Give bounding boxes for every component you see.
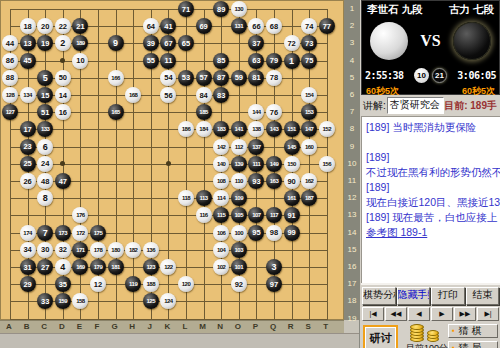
row-label: 19 (344, 314, 360, 323)
nav-back-button[interactable]: ◀ (408, 307, 430, 321)
go-stone-white: 184 (196, 121, 212, 137)
orange-square-icon: ▪ (452, 325, 455, 337)
go-stone-white: 152 (319, 121, 335, 137)
col-label: L (179, 322, 191, 331)
go-stone-black: 71 (178, 1, 194, 17)
black-clock: 3:06:05 (457, 70, 496, 81)
go-stone-black: 17 (20, 121, 36, 137)
controls-area: 棋势分析隐藏手数打印结束 |◀◀◀◀▶▶▶▶| 研讨 目前100分 ▪猜 棋 ▪… (361, 283, 500, 348)
go-stone-white: 72 (284, 35, 300, 51)
reference-diagram-link[interactable]: 参考图 189-1 (366, 225, 496, 240)
toolbar-button[interactable]: 隐藏手数 (397, 287, 431, 305)
go-stone-black: 63 (248, 53, 264, 69)
go-stone-black: 11 (160, 53, 176, 69)
go-stone-white: 136 (143, 242, 159, 258)
go-stone-white: 110 (231, 173, 247, 189)
go-stone-white: 18 (20, 18, 36, 34)
go-stone-black: 45 (20, 53, 36, 69)
guess-move-button[interactable]: ▪猜 棋 (448, 324, 498, 338)
go-stone-black: 5 (37, 70, 53, 86)
go-stone-black: 131 (231, 18, 247, 34)
row-label: 17 (344, 279, 360, 288)
row-label: 9 (344, 142, 360, 151)
go-stone-white: 112 (231, 139, 247, 155)
col-label: M (197, 322, 209, 331)
go-stone-black: 103 (231, 242, 247, 258)
commentary-line: [189] 现在最苦，白也应接上 (366, 210, 496, 225)
go-stone-white: 4 (55, 259, 71, 275)
go-stone-black: 87 (213, 70, 229, 86)
col-label: J (144, 322, 156, 331)
go-stone-black: 23 (20, 139, 36, 155)
row-label: 1 (344, 4, 360, 13)
nav-last-button[interactable]: ▶| (477, 307, 499, 321)
col-label: E (73, 322, 85, 331)
go-stone-black: 163 (266, 173, 282, 189)
col-label: T (320, 322, 332, 331)
white-capture-counter: 10 (414, 68, 429, 83)
col-label: C (38, 322, 50, 331)
go-stone-white: 26 (20, 173, 36, 189)
go-stone-white: 156 (319, 156, 335, 172)
go-stone-black: 53 (178, 70, 194, 86)
row-label: 12 (344, 193, 360, 202)
button-row: 棋势分析隐藏手数打印结束 (361, 285, 500, 306)
go-stone-black: 179 (90, 259, 106, 275)
row-label: 8 (344, 124, 360, 133)
go-stone-white: 142 (213, 139, 229, 155)
nav-button-row: |◀◀◀◀▶▶▶▶| (361, 306, 500, 322)
col-label: R (285, 322, 297, 331)
go-stone-white: 34 (20, 242, 36, 258)
col-label: B (21, 322, 33, 331)
guess-game-button[interactable]: ▪猜 局 (448, 341, 498, 348)
current-move-label: 目前: 189手 (444, 99, 498, 113)
row-label: 16 (344, 262, 360, 271)
go-stone-black: 181 (108, 259, 124, 275)
go-stone-black: 57 (196, 70, 212, 86)
commentary-line: [189] (366, 180, 496, 195)
go-stone-white: 100 (231, 225, 247, 241)
go-stone-black: 77 (319, 18, 335, 34)
go-stone-black: 75 (301, 53, 317, 69)
go-stone-white: 90 (284, 173, 300, 189)
go-stone-black: 139 (231, 156, 247, 172)
board-panel: 7189130182022216441691316668747744131921… (0, 0, 360, 348)
go-stone-black: 173 (55, 225, 71, 241)
go-stone-black: 31 (20, 259, 36, 275)
go-stone-black: 25 (20, 156, 36, 172)
commentary-source-input[interactable]: 杏贤研究会 (387, 97, 444, 114)
go-stone-white: 166 (108, 70, 124, 86)
go-stone-black: 29 (20, 276, 36, 292)
guess-move-label: 猜 棋 (459, 325, 482, 337)
commentary-line (366, 135, 496, 150)
coin (410, 324, 424, 330)
row-label: 14 (344, 228, 360, 237)
go-stone-black: 85 (213, 53, 229, 69)
go-stone-black: 151 (284, 121, 300, 137)
go-stone-black: 13 (20, 35, 36, 51)
col-label: K (161, 322, 173, 331)
go-stone-black: 79 (266, 53, 282, 69)
commentary-line: [189] (366, 150, 496, 165)
col-label: F (91, 322, 103, 331)
black-stone-avatar (453, 22, 491, 60)
go-stone-white: 78 (266, 70, 282, 86)
col-label: A (3, 322, 15, 331)
go-stone-white: 180 (108, 242, 124, 258)
go-stone-white: 16 (55, 104, 71, 120)
go-stone-white: 14 (55, 87, 71, 103)
go-stone-black: 35 (55, 276, 71, 292)
discuss-button[interactable]: 研讨 (363, 325, 398, 348)
go-stone-white: 86 (2, 53, 18, 69)
go-stone-white: 92 (231, 276, 247, 292)
players-box: 李世石 九段 古力 七段 VS 2:55:38 10 21 3:06:05 60… (361, 0, 500, 95)
col-label: P (249, 322, 261, 331)
commentary-line: [189] 当时黑消劫更保险 (366, 120, 496, 135)
go-stone-black: 149 (266, 156, 282, 172)
go-stone-black: 161 (284, 190, 300, 206)
go-stone-white: 50 (55, 70, 71, 86)
go-stone-white: 106 (213, 225, 229, 241)
go-stone-white: 84 (196, 87, 212, 103)
go-stone-black: 145 (284, 139, 300, 155)
go-stone-black: 109 (231, 190, 247, 206)
go-stone-black: 69 (196, 18, 212, 34)
col-label: N (214, 322, 226, 331)
col-label: O (232, 322, 244, 331)
go-stone-white: 174 (20, 225, 36, 241)
coin (427, 330, 439, 336)
coins-icon (410, 324, 444, 342)
go-stone-black: 3 (266, 259, 282, 275)
go-stone-black: 1 (284, 53, 300, 69)
go-stone-white: 22 (55, 18, 71, 34)
bottom-filler (0, 333, 359, 348)
col-label: D (56, 322, 68, 331)
go-stone-black: 55 (143, 53, 159, 69)
commentary-label: 讲解: (363, 99, 386, 113)
nav-fast-forward-button[interactable]: ▶▶ (454, 307, 476, 321)
column-coordinate-strip: ABCDEFGHJKLMNOPQRST (0, 320, 344, 333)
go-stone-white: 10 (72, 53, 88, 69)
go-stone-black: 101 (231, 259, 247, 275)
go-stone-white: 104 (213, 242, 229, 258)
go-stone-black: 59 (231, 70, 247, 86)
go-stone-white: 172 (72, 225, 88, 241)
row-label: 11 (344, 176, 360, 185)
white-stone-avatar (370, 22, 408, 60)
go-stone-white: 178 (90, 242, 106, 258)
go-stone-white: 134 (20, 87, 36, 103)
toolbar-button[interactable]: 打印 (431, 287, 465, 305)
go-stone-white: 6 (37, 139, 53, 155)
go-stone-black: 95 (248, 225, 264, 241)
col-label: H (126, 322, 138, 331)
go-stone-black: 123 (143, 259, 159, 275)
row-label: 15 (344, 245, 360, 254)
go-stone-black: 165 (108, 104, 124, 120)
row-label: 5 (344, 73, 360, 82)
row-label: 2 (344, 21, 360, 30)
commentary-line: 不过现在黑有利的形势仍然不变 (366, 165, 496, 180)
go-stone-black: 9 (108, 35, 124, 51)
go-stone-white: 24 (37, 156, 53, 172)
col-label: G (109, 322, 121, 331)
go-stone-white: 32 (55, 242, 71, 258)
go-stone-white: 116 (196, 207, 212, 223)
go-stone-white: 130 (231, 1, 247, 17)
go-stone-black: 113 (196, 190, 212, 206)
go-stone-white: 128 (2, 87, 18, 103)
nav-fast-back-button[interactable]: ◀◀ (385, 307, 407, 321)
black-player-name: 古力 七段 (449, 3, 494, 17)
orange-square-icon: ▪ (452, 342, 455, 348)
row-label: 4 (344, 56, 360, 65)
toolbar-button[interactable]: 棋势分析 (362, 287, 396, 305)
go-stone-white: 182 (125, 242, 141, 258)
go-stone-white: 88 (2, 70, 18, 86)
go-stone-white: 30 (37, 242, 53, 258)
white-player-name: 李世石 九段 (367, 3, 422, 17)
row-label: 7 (344, 107, 360, 116)
go-stone-black: 185 (196, 104, 212, 120)
side-panel: 李世石 九段 古力 七段 VS 2:55:38 10 21 3:06:05 60… (361, 0, 500, 348)
go-stone-white: 64 (143, 18, 159, 34)
go-stone-white: 140 (213, 156, 229, 172)
points-label: 目前100分 (406, 342, 448, 348)
col-label: S (302, 322, 314, 331)
col-label: Q (267, 322, 279, 331)
row-label: 13 (344, 210, 360, 219)
row-label: 10 (344, 159, 360, 168)
vs-label: VS (420, 32, 440, 50)
go-stone-black: 99 (284, 225, 300, 241)
go-stone-white: 188 (143, 276, 159, 292)
go-stone-white: 160 (301, 139, 317, 155)
go-stone-black: 7 (37, 225, 53, 241)
toolbar-button[interactable]: 结束 (466, 287, 500, 305)
nav-first-button[interactable]: |◀ (362, 307, 384, 321)
commentary-area: [189] 当时黑消劫更保险[189]不过现在黑有利的形势仍然不变[189]现在… (361, 117, 500, 283)
nav-forward-button[interactable]: ▶ (431, 307, 453, 321)
row-coordinate-strip: 12345678910111213141516171819 (344, 0, 360, 320)
row-label: 3 (344, 38, 360, 47)
guess-game-label: 猜 局 (459, 342, 482, 348)
row-label: 18 (344, 296, 360, 305)
black-capture-counter: 21 (432, 68, 447, 83)
go-stone-black: 47 (55, 173, 71, 189)
go-stone-white: 150 (284, 156, 300, 172)
go-stone-black: 137 (248, 139, 264, 155)
go-stone-black: 175 (90, 225, 106, 241)
go-stone-white: 98 (266, 225, 282, 241)
go-stone-black: 91 (284, 207, 300, 223)
commentary-header: 讲解: 杏贤研究会 目前: 189手 (361, 95, 500, 117)
go-board[interactable]: 7189130182022216441691316668747744131921… (0, 0, 344, 320)
white-clock: 2:55:38 (365, 70, 404, 81)
commentary-line: 现在白接近120目、黑接近130目 (366, 195, 496, 210)
row-label: 6 (344, 90, 360, 99)
